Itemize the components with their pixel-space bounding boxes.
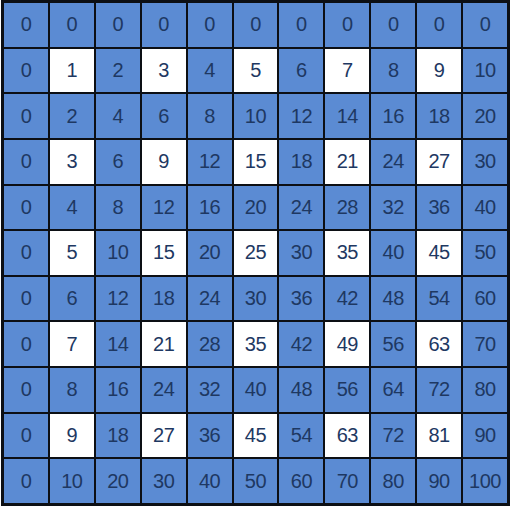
cell-r4-c6: 24 bbox=[279, 186, 323, 230]
cell-r6-c0: 0 bbox=[4, 277, 48, 321]
cell-r2-c6: 12 bbox=[279, 94, 323, 138]
cell-r10-c8: 80 bbox=[371, 459, 415, 503]
cell-r4-c10: 40 bbox=[463, 186, 507, 230]
cell-r10-c3: 30 bbox=[142, 459, 186, 503]
cell-r6-c10: 60 bbox=[463, 277, 507, 321]
cell-r4-c1: 4 bbox=[50, 186, 94, 230]
cell-r3-c3: 9 bbox=[142, 140, 186, 184]
cell-r1-c5: 5 bbox=[234, 49, 278, 93]
cell-r8-c8: 64 bbox=[371, 368, 415, 412]
cell-r0-c9: 0 bbox=[417, 3, 461, 47]
cell-r2-c8: 16 bbox=[371, 94, 415, 138]
cell-r5-c1: 5 bbox=[50, 231, 94, 275]
cell-r6-c7: 42 bbox=[325, 277, 369, 321]
cell-r0-c4: 0 bbox=[188, 3, 232, 47]
cell-r2-c3: 6 bbox=[142, 94, 186, 138]
cell-r2-c1: 2 bbox=[50, 94, 94, 138]
cell-r9-c6: 54 bbox=[279, 414, 323, 458]
cell-r7-c10: 70 bbox=[463, 322, 507, 366]
cell-r7-c0: 0 bbox=[4, 322, 48, 366]
cell-r1-c8: 8 bbox=[371, 49, 415, 93]
cell-r1-c10: 10 bbox=[463, 49, 507, 93]
cell-r7-c6: 42 bbox=[279, 322, 323, 366]
cell-r9-c9: 81 bbox=[417, 414, 461, 458]
cell-r5-c6: 30 bbox=[279, 231, 323, 275]
cell-r6-c1: 6 bbox=[50, 277, 94, 321]
cell-r10-c0: 0 bbox=[4, 459, 48, 503]
cell-r6-c6: 36 bbox=[279, 277, 323, 321]
cell-r0-c5: 0 bbox=[234, 3, 278, 47]
cell-r5-c5: 25 bbox=[234, 231, 278, 275]
cell-r0-c8: 0 bbox=[371, 3, 415, 47]
cell-r9-c0: 0 bbox=[4, 414, 48, 458]
cell-r8-c7: 56 bbox=[325, 368, 369, 412]
cell-r8-c10: 80 bbox=[463, 368, 507, 412]
cell-r5-c10: 50 bbox=[463, 231, 507, 275]
cell-r2-c0: 0 bbox=[4, 94, 48, 138]
cell-r2-c9: 18 bbox=[417, 94, 461, 138]
cell-r4-c2: 8 bbox=[96, 186, 140, 230]
cell-r5-c7: 35 bbox=[325, 231, 369, 275]
cell-r6-c4: 24 bbox=[188, 277, 232, 321]
cell-r8-c2: 16 bbox=[96, 368, 140, 412]
cell-r4-c3: 12 bbox=[142, 186, 186, 230]
cell-r7-c5: 35 bbox=[234, 322, 278, 366]
cell-r6-c9: 54 bbox=[417, 277, 461, 321]
cell-r10-c4: 40 bbox=[188, 459, 232, 503]
cell-r9-c8: 72 bbox=[371, 414, 415, 458]
cell-r10-c9: 90 bbox=[417, 459, 461, 503]
cell-r8-c9: 72 bbox=[417, 368, 461, 412]
cell-r1-c3: 3 bbox=[142, 49, 186, 93]
cell-r3-c8: 24 bbox=[371, 140, 415, 184]
cell-r10-c10: 100 bbox=[463, 459, 507, 503]
cell-r7-c2: 14 bbox=[96, 322, 140, 366]
cell-r6-c2: 12 bbox=[96, 277, 140, 321]
cell-r6-c5: 30 bbox=[234, 277, 278, 321]
cell-r6-c3: 18 bbox=[142, 277, 186, 321]
cell-r0-c6: 0 bbox=[279, 3, 323, 47]
cell-r1-c2: 2 bbox=[96, 49, 140, 93]
cell-r9-c4: 36 bbox=[188, 414, 232, 458]
board: 0000000000001234567891002468101214161820… bbox=[1, 0, 510, 506]
cell-r0-c10: 0 bbox=[463, 3, 507, 47]
cell-r9-c7: 63 bbox=[325, 414, 369, 458]
cell-r7-c8: 56 bbox=[371, 322, 415, 366]
cell-r5-c4: 20 bbox=[188, 231, 232, 275]
cell-r7-c1: 7 bbox=[50, 322, 94, 366]
cell-r1-c7: 7 bbox=[325, 49, 369, 93]
cell-r10-c1: 10 bbox=[50, 459, 94, 503]
cell-r5-c2: 10 bbox=[96, 231, 140, 275]
cell-r9-c5: 45 bbox=[234, 414, 278, 458]
cell-r9-c3: 27 bbox=[142, 414, 186, 458]
cell-r0-c7: 0 bbox=[325, 3, 369, 47]
cell-r10-c7: 70 bbox=[325, 459, 369, 503]
cell-r3-c2: 6 bbox=[96, 140, 140, 184]
cell-r0-c2: 0 bbox=[96, 3, 140, 47]
cell-r5-c9: 45 bbox=[417, 231, 461, 275]
cell-r9-c1: 9 bbox=[50, 414, 94, 458]
cell-r1-c6: 6 bbox=[279, 49, 323, 93]
cell-r8-c6: 48 bbox=[279, 368, 323, 412]
cell-r8-c1: 8 bbox=[50, 368, 94, 412]
cell-r3-c1: 3 bbox=[50, 140, 94, 184]
cell-r9-c10: 90 bbox=[463, 414, 507, 458]
cell-r2-c7: 14 bbox=[325, 94, 369, 138]
cell-r10-c2: 20 bbox=[96, 459, 140, 503]
cell-r7-c3: 21 bbox=[142, 322, 186, 366]
cell-r3-c6: 18 bbox=[279, 140, 323, 184]
cell-r0-c3: 0 bbox=[142, 3, 186, 47]
cell-r4-c4: 16 bbox=[188, 186, 232, 230]
cell-r1-c0: 0 bbox=[4, 49, 48, 93]
cell-r4-c7: 28 bbox=[325, 186, 369, 230]
cell-r3-c7: 21 bbox=[325, 140, 369, 184]
cell-r8-c4: 32 bbox=[188, 368, 232, 412]
cell-r3-c9: 27 bbox=[417, 140, 461, 184]
cell-r4-c8: 32 bbox=[371, 186, 415, 230]
cell-r1-c4: 4 bbox=[188, 49, 232, 93]
cell-r1-c9: 9 bbox=[417, 49, 461, 93]
cell-r2-c5: 10 bbox=[234, 94, 278, 138]
cell-r7-c9: 63 bbox=[417, 322, 461, 366]
cell-r3-c0: 0 bbox=[4, 140, 48, 184]
cell-r8-c5: 40 bbox=[234, 368, 278, 412]
cell-r5-c0: 0 bbox=[4, 231, 48, 275]
cell-r1-c1: 1 bbox=[50, 49, 94, 93]
cell-r0-c0: 0 bbox=[4, 3, 48, 47]
cell-r4-c9: 36 bbox=[417, 186, 461, 230]
cell-r3-c5: 15 bbox=[234, 140, 278, 184]
cell-r4-c0: 0 bbox=[4, 186, 48, 230]
cell-r4-c5: 20 bbox=[234, 186, 278, 230]
cell-r6-c8: 48 bbox=[371, 277, 415, 321]
cell-r7-c4: 28 bbox=[188, 322, 232, 366]
cell-r8-c0: 0 bbox=[4, 368, 48, 412]
cell-r3-c4: 12 bbox=[188, 140, 232, 184]
cell-r2-c2: 4 bbox=[96, 94, 140, 138]
cell-r7-c7: 49 bbox=[325, 322, 369, 366]
cell-r0-c1: 0 bbox=[50, 3, 94, 47]
cell-r2-c10: 20 bbox=[463, 94, 507, 138]
cell-r2-c4: 8 bbox=[188, 94, 232, 138]
cell-r3-c10: 30 bbox=[463, 140, 507, 184]
cell-r10-c6: 60 bbox=[279, 459, 323, 503]
cell-r5-c3: 15 bbox=[142, 231, 186, 275]
cell-r10-c5: 50 bbox=[234, 459, 278, 503]
cell-r5-c8: 40 bbox=[371, 231, 415, 275]
cell-r9-c2: 18 bbox=[96, 414, 140, 458]
cell-r8-c3: 24 bbox=[142, 368, 186, 412]
